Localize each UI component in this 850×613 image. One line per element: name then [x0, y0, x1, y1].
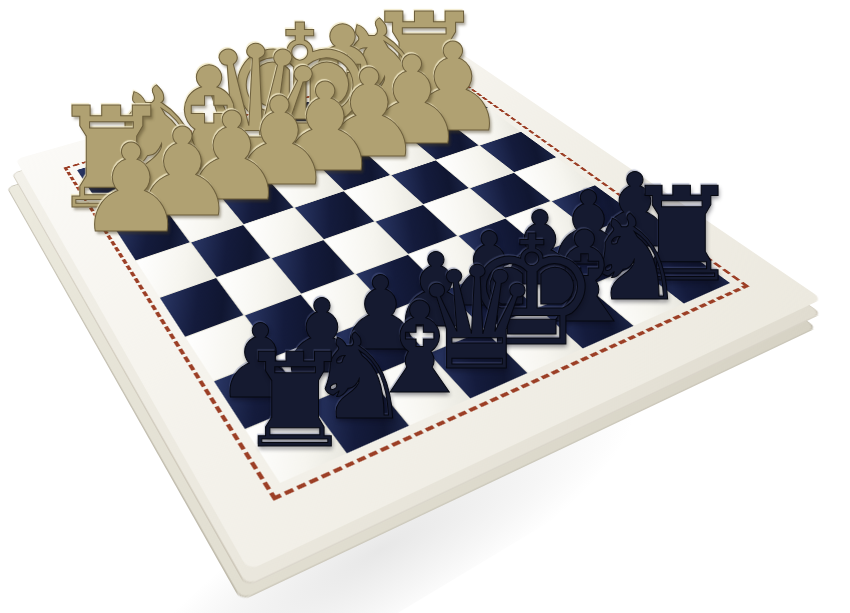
piece-black-rook-a8[interactable]: ♜	[237, 336, 354, 466]
piece-white-pawn-a2[interactable]: ♟	[76, 128, 185, 250]
chess-set-photo: ♜♞♝♛♚♝♞♜♟♟♟♟♟♟♟♟♟♟♟♟♟♟♟♟♜♞♝♛♚♝♞♜	[0, 0, 850, 613]
